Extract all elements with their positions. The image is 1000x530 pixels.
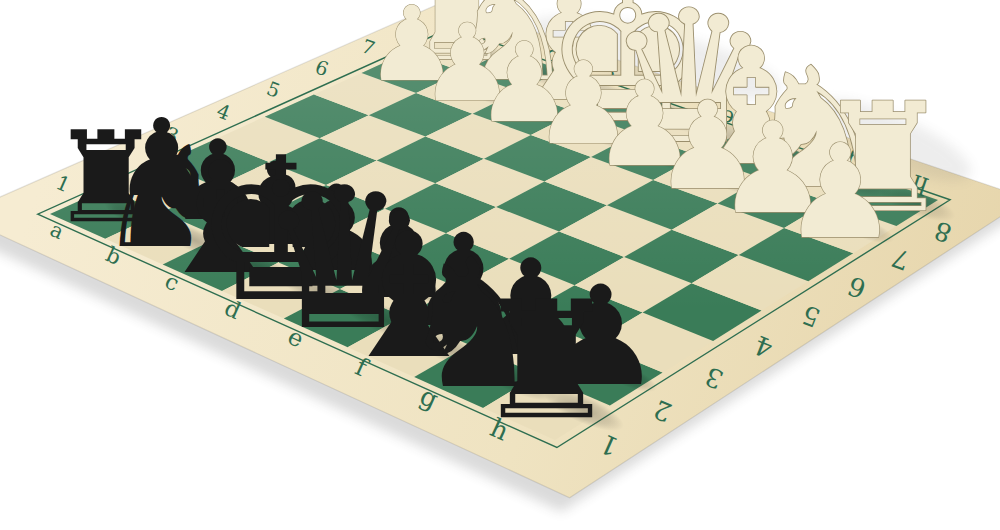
piece-ivory-pawn-h7: ♟	[782, 116, 899, 268]
chessboard-photo: chess aabbccddeeffgghh1122334455667788♜♞…	[0, 0, 1000, 530]
piece-black-rook-h1: ♜	[474, 266, 620, 455]
photo-canvas: chess aabbccddeeffgghh1122334455667788♜♞…	[0, 0, 1000, 530]
